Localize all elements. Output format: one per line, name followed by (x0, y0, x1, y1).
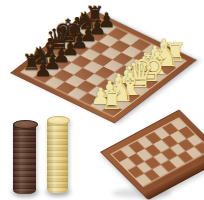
checkers-stack-dark-top (13, 120, 38, 129)
checkers-stack-dark (13, 123, 36, 194)
piece-light-rook: ♜ (100, 87, 123, 113)
product-photo-chess-set: ♜♞♝♛♚♝♞♜♟♟♟♟♟♟♟♟♟♟♟♟♟♟♟♟♜♞♝♛♚♝♞♜ (0, 0, 204, 200)
piece-dark-pawn: ♟ (34, 60, 52, 80)
checkers-stack-light (47, 119, 68, 193)
checkers-stack-light-top (47, 116, 70, 125)
